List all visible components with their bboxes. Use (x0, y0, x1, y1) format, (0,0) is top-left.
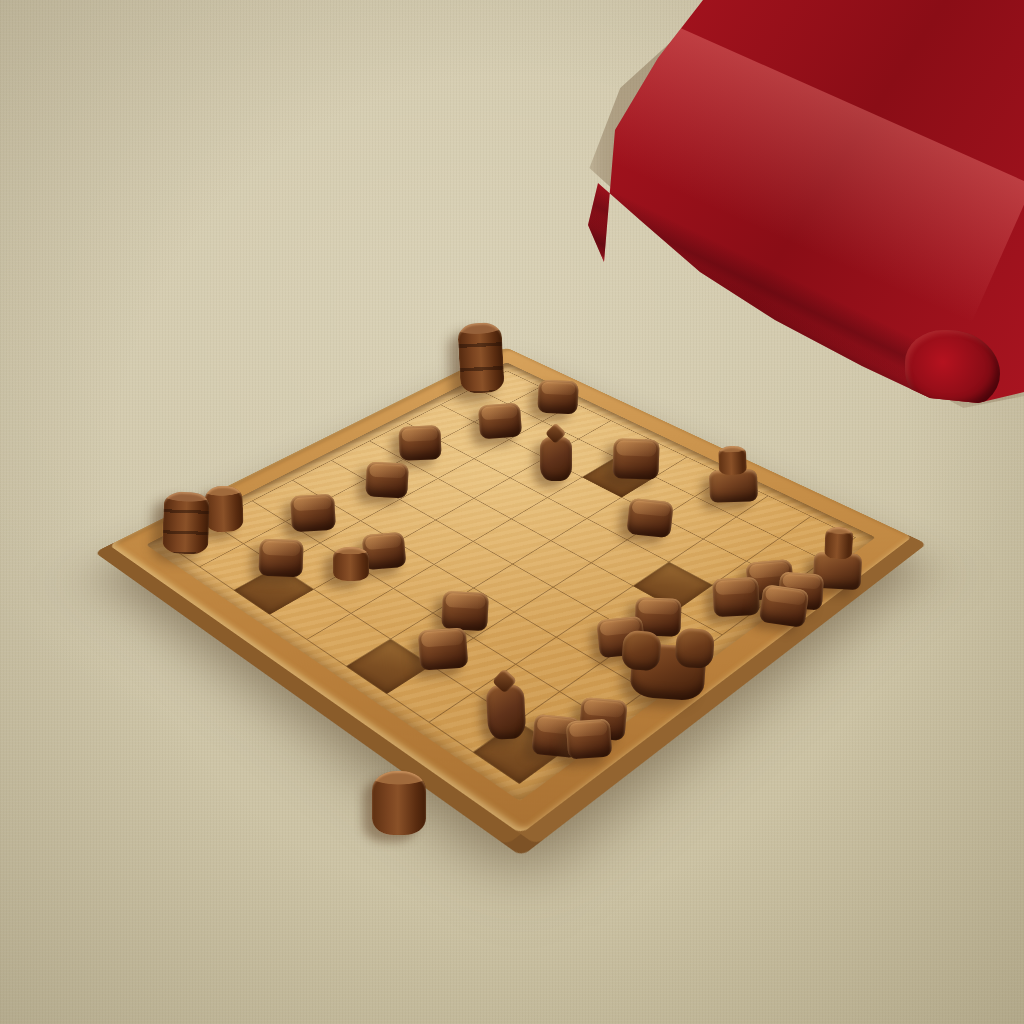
scene (0, 0, 1024, 1024)
piece-cylinder[interactable] (333, 547, 369, 581)
piece-cube[interactable] (566, 719, 613, 760)
piece-cube[interactable] (398, 425, 441, 460)
piece-cube[interactable] (258, 539, 303, 578)
piece-pawn[interactable] (486, 684, 527, 740)
piece-cube[interactable] (478, 403, 522, 440)
piece-cube[interactable] (365, 461, 409, 498)
piece-cluster[interactable] (629, 642, 707, 701)
piece-disc-stack[interactable] (162, 491, 210, 555)
piece-disc-stack[interactable] (457, 322, 505, 394)
piece-cube[interactable] (441, 591, 489, 631)
piece-cube[interactable] (290, 494, 336, 532)
pieces-layer (0, 0, 1024, 1024)
piece-cube[interactable] (759, 584, 810, 628)
piece-cube[interactable] (612, 438, 659, 480)
piece-cube[interactable] (626, 498, 674, 538)
piece-pawn[interactable] (540, 437, 572, 481)
piece-cube[interactable] (418, 627, 469, 670)
piece-cyl-on-cube[interactable] (708, 445, 758, 503)
piece-cube[interactable] (712, 577, 760, 617)
piece-cylinder[interactable] (204, 485, 244, 532)
piece-cylinder-off-board[interactable] (372, 771, 426, 835)
piece-cube[interactable] (537, 379, 579, 414)
